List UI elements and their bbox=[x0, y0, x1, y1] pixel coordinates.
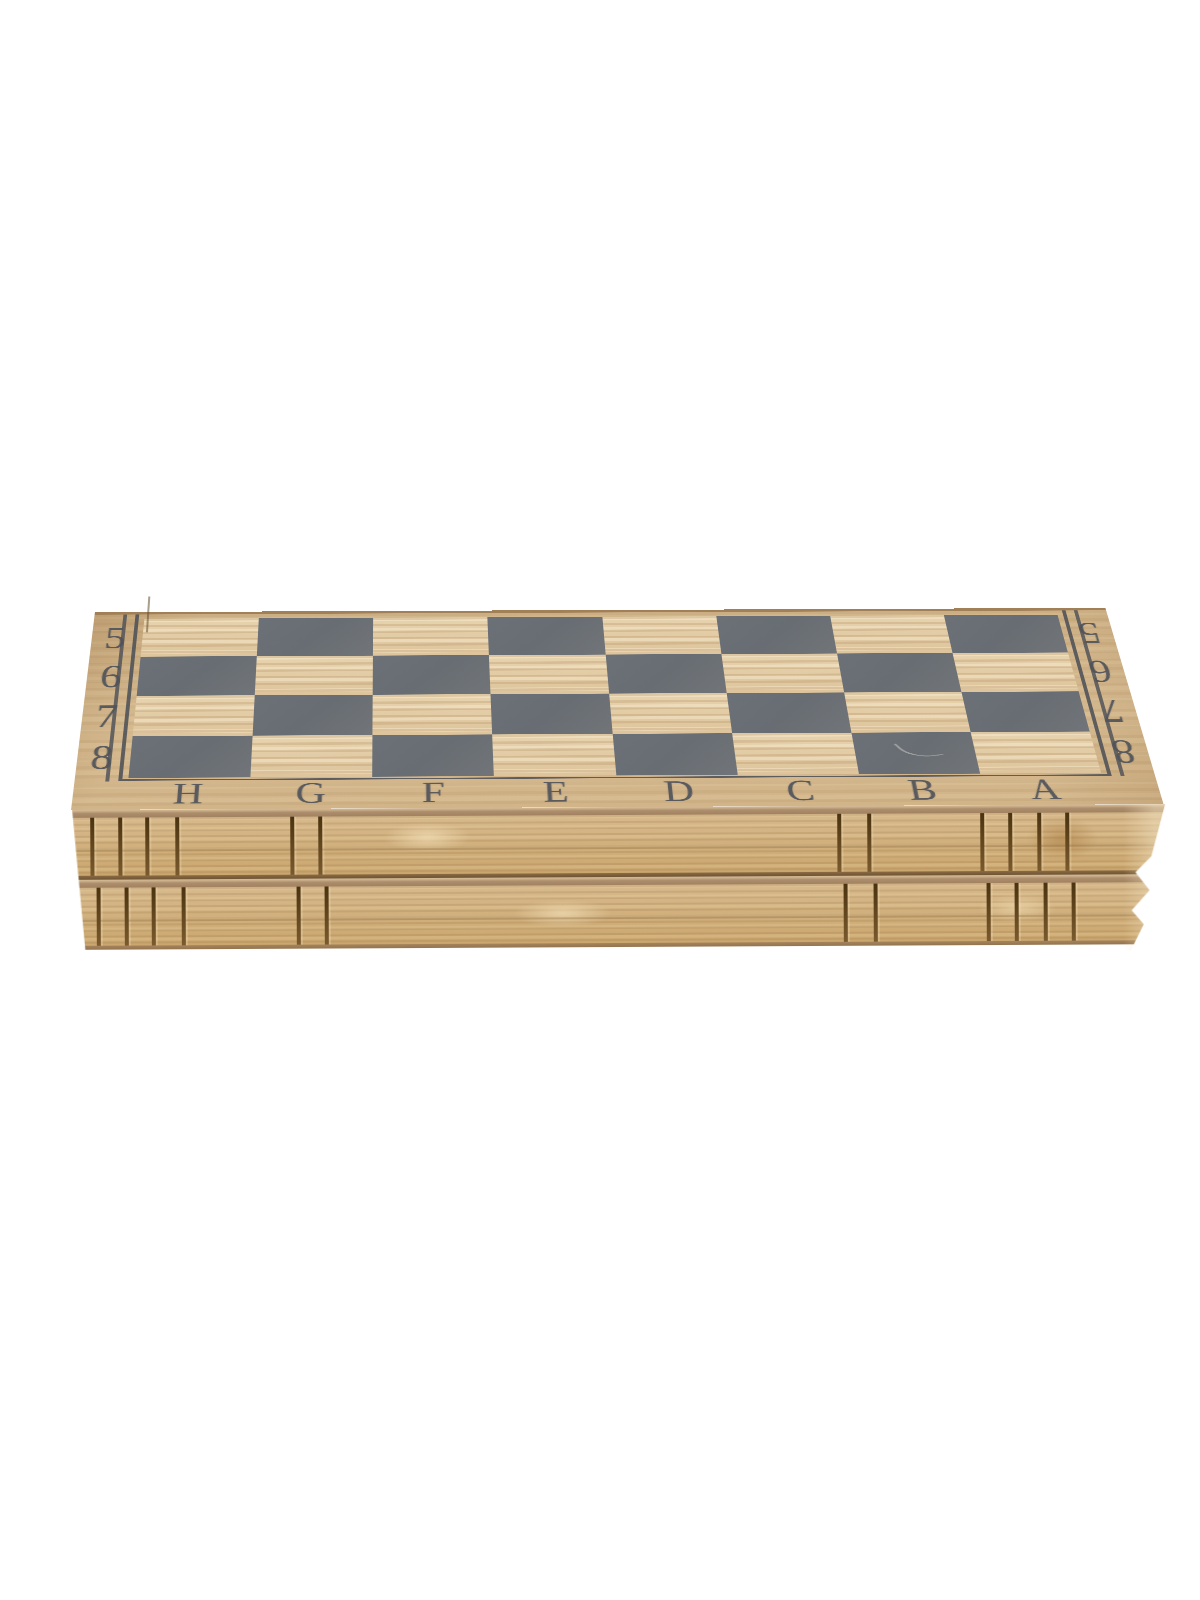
square-e7 bbox=[491, 694, 612, 735]
chess-board-lid: 5678 5678 HGFEDCBA bbox=[71, 608, 1163, 810]
chess-grid bbox=[128, 615, 1101, 778]
square-h5 bbox=[141, 618, 259, 656]
saw-groove bbox=[118, 818, 122, 876]
file-labels-d: D bbox=[662, 776, 695, 806]
square-e6 bbox=[489, 655, 608, 695]
saw-groove bbox=[325, 887, 329, 945]
box-side-upper-half bbox=[72, 804, 1165, 880]
saw-groove bbox=[1037, 813, 1041, 871]
box-side bbox=[72, 804, 1166, 956]
square-d8 bbox=[612, 733, 737, 775]
square-e8 bbox=[492, 734, 615, 776]
file-labels-h: H bbox=[172, 779, 205, 809]
square-f6 bbox=[373, 655, 491, 695]
saw-groove bbox=[1008, 813, 1012, 871]
saw-groove bbox=[1044, 883, 1048, 941]
square-h6 bbox=[137, 656, 257, 696]
saw-groove bbox=[874, 884, 878, 942]
square-g8 bbox=[251, 735, 373, 777]
rank-labels-left-6: 6 bbox=[98, 660, 123, 692]
square-b7 bbox=[844, 692, 971, 733]
square-g5 bbox=[257, 618, 373, 656]
square-a7 bbox=[961, 691, 1089, 732]
saw-groove bbox=[987, 883, 991, 941]
rank-labels-right-8: 8 bbox=[1108, 735, 1140, 769]
square-f8 bbox=[372, 734, 494, 776]
square-a6 bbox=[952, 652, 1078, 691]
square-f5 bbox=[373, 617, 489, 655]
rank-labels-right-7: 7 bbox=[1097, 695, 1128, 728]
square-c6 bbox=[721, 654, 844, 694]
saw-groove bbox=[837, 814, 841, 872]
bamboo-face-lower bbox=[73, 882, 1166, 946]
square-d6 bbox=[605, 654, 726, 694]
saw-groove bbox=[182, 887, 186, 945]
saw-groove bbox=[97, 888, 101, 946]
box-side-lower-half bbox=[73, 874, 1166, 950]
square-b6 bbox=[837, 653, 962, 692]
square-e5 bbox=[488, 617, 606, 655]
wood-knot bbox=[513, 899, 613, 928]
square-h7 bbox=[133, 695, 255, 736]
rank-labels-right-5: 5 bbox=[1075, 618, 1105, 649]
square-d5 bbox=[602, 616, 721, 654]
chess-board-box: 5678 5678 HGFEDCBA bbox=[71, 605, 1166, 959]
square-b8 bbox=[851, 732, 980, 774]
square-c5 bbox=[716, 616, 837, 654]
saw-groove bbox=[318, 817, 322, 875]
square-g6 bbox=[255, 656, 373, 696]
saw-groove bbox=[844, 884, 848, 942]
square-b5 bbox=[830, 615, 952, 653]
rank-labels-left-8: 8 bbox=[89, 740, 115, 774]
square-a8 bbox=[971, 732, 1102, 774]
saw-groove bbox=[152, 887, 156, 945]
scratch-mark bbox=[893, 740, 944, 759]
file-labels: HGFEDCBA bbox=[125, 774, 1110, 810]
saw-groove bbox=[290, 817, 294, 875]
file-labels-a: A bbox=[1026, 775, 1063, 805]
right-end-grain bbox=[1123, 804, 1166, 950]
square-c8 bbox=[732, 733, 859, 775]
square-f7 bbox=[373, 694, 493, 735]
file-labels-f: F bbox=[422, 778, 446, 808]
square-g7 bbox=[253, 695, 373, 736]
square-c7 bbox=[726, 692, 851, 733]
saw-groove bbox=[90, 818, 94, 876]
saw-groove bbox=[1065, 813, 1069, 871]
file-labels-e: E bbox=[542, 777, 569, 807]
saw-groove bbox=[145, 817, 149, 875]
file-labels-g: G bbox=[295, 778, 326, 808]
saw-groove bbox=[980, 813, 984, 871]
saw-groove bbox=[1015, 883, 1019, 941]
square-h8 bbox=[128, 736, 252, 778]
square-d7 bbox=[609, 693, 732, 734]
saw-groove bbox=[125, 888, 129, 946]
saw-groove bbox=[175, 817, 179, 875]
rank-labels-left-5: 5 bbox=[103, 622, 128, 653]
wood-knot bbox=[382, 822, 472, 852]
board-top-face: 5678 5678 HGFEDCBA bbox=[71, 605, 1165, 811]
rank-labels-right-6: 6 bbox=[1086, 656, 1116, 688]
file-labels-c: C bbox=[784, 776, 816, 806]
saw-groove bbox=[867, 814, 871, 872]
saw-groove bbox=[297, 887, 301, 945]
bamboo-face-upper bbox=[72, 812, 1165, 876]
saw-groove bbox=[1072, 883, 1076, 941]
square-a5 bbox=[944, 615, 1068, 653]
rank-labels-left-7: 7 bbox=[94, 699, 119, 732]
file-labels-b: B bbox=[906, 775, 940, 805]
product-photo: 5678 5678 HGFEDCBA bbox=[0, 0, 1200, 1600]
